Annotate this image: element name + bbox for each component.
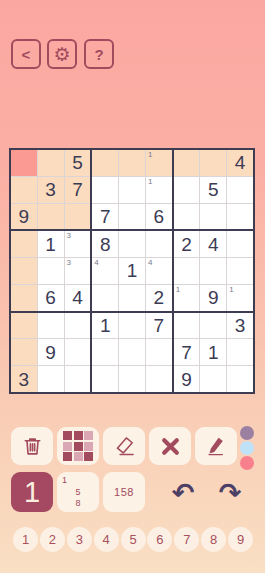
cell-r6c4[interactable] <box>92 285 118 311</box>
help-button[interactable]: ? <box>84 39 114 69</box>
cell-digit: 4 <box>72 288 83 307</box>
cell-r8c1[interactable] <box>11 339 37 365</box>
cell-digit: 4 <box>235 153 246 172</box>
corner-preview-5: 5 <box>57 487 99 497</box>
eraser-button[interactable] <box>103 427 145 465</box>
corner-preview-1: 1 <box>62 475 67 485</box>
cell-r6c9[interactable]: 1 <box>227 285 253 311</box>
box-2: 1176 <box>92 150 171 229</box>
digit-button-3[interactable]: 3 <box>67 527 92 552</box>
theme-dot-blue[interactable] <box>240 441 254 455</box>
cell-r3c7[interactable] <box>174 204 200 230</box>
digit-button-5[interactable]: 5 <box>121 527 146 552</box>
box-4: 13364 <box>11 231 90 310</box>
cell-r4c2[interactable]: 1 <box>38 231 64 257</box>
help-icon: ? <box>94 46 103 63</box>
theme-dot-red[interactable] <box>240 456 254 470</box>
cell-r3c2[interactable] <box>38 204 64 230</box>
trash-icon <box>21 435 44 458</box>
back-button[interactable]: < <box>11 39 41 69</box>
cell-r8c7[interactable]: 7 <box>174 339 200 365</box>
cell-r5c2[interactable] <box>38 258 64 284</box>
delete-button[interactable] <box>11 427 53 465</box>
cell-r1c7[interactable] <box>174 150 200 176</box>
cell-digit: 1 <box>100 316 111 335</box>
cell-r6c7[interactable]: 1 <box>174 285 200 311</box>
cell-r5c8[interactable] <box>200 258 226 284</box>
cell-r2c1[interactable] <box>11 177 37 203</box>
x-icon <box>160 436 181 457</box>
cell-r9c5[interactable] <box>119 366 145 392</box>
cell-r2c6[interactable]: 1 <box>146 177 172 203</box>
cell-r4c3[interactable]: 3 <box>65 231 91 257</box>
cell-digit: 7 <box>100 207 111 226</box>
cell-r4c4[interactable]: 8 <box>92 231 118 257</box>
cell-r2c3[interactable]: 7 <box>65 177 91 203</box>
cell-digit: 5 <box>72 153 83 172</box>
cell-r4c7[interactable]: 2 <box>174 231 200 257</box>
cell-r7c6[interactable]: 7 <box>146 313 172 339</box>
cell-r3c3[interactable] <box>65 204 91 230</box>
cell-r7c2[interactable] <box>38 313 64 339</box>
cell-r6c1[interactable] <box>11 285 37 311</box>
cell-r4c9[interactable] <box>227 231 253 257</box>
cell-r9c4[interactable] <box>92 366 118 392</box>
cell-r1c5[interactable] <box>119 150 145 176</box>
cell-r5c5[interactable]: 1 <box>119 258 145 284</box>
box-6: 24191 <box>174 231 253 310</box>
cell-r9c9[interactable] <box>227 366 253 392</box>
pen-button[interactable] <box>195 427 237 465</box>
cell-r8c2[interactable]: 9 <box>38 339 64 365</box>
cell-r1c6[interactable]: 1 <box>146 150 172 176</box>
box-9: 3719 <box>174 313 253 392</box>
pattern-cell <box>74 442 83 451</box>
cell-r5c1[interactable] <box>11 258 37 284</box>
pencil-mark: 4 <box>94 259 98 267</box>
clear-button[interactable] <box>149 427 191 465</box>
cell-digit: 6 <box>153 207 164 226</box>
cell-digit: 1 <box>45 235 56 254</box>
cell-digit: 7 <box>153 316 164 335</box>
cell-digit: 2 <box>181 235 192 254</box>
cell-r9c3[interactable] <box>65 366 91 392</box>
cell-r7c7[interactable] <box>174 313 200 339</box>
cell-r8c3[interactable] <box>65 339 91 365</box>
cell-digit: 8 <box>100 235 111 254</box>
cell-r2c2[interactable]: 3 <box>38 177 64 203</box>
cell-r5c9[interactable] <box>227 258 253 284</box>
cell-r7c8[interactable] <box>200 313 226 339</box>
cell-r2c4[interactable] <box>92 177 118 203</box>
digit-button-9[interactable]: 9 <box>228 527 253 552</box>
cell-r5c6[interactable]: 4 <box>146 258 172 284</box>
pattern-cell <box>63 452 72 461</box>
redo-button[interactable]: ↷ <box>208 472 252 512</box>
cell-r3c6[interactable]: 6 <box>146 204 172 230</box>
cell-digit: 9 <box>45 343 56 362</box>
cell-r5c7[interactable] <box>174 258 200 284</box>
digit-button-7[interactable]: 7 <box>174 527 199 552</box>
redo-icon: ↷ <box>219 479 242 506</box>
cell-r1c9[interactable]: 4 <box>227 150 253 176</box>
cell-r8c8[interactable]: 1 <box>200 339 226 365</box>
cell-digit: 9 <box>181 370 192 389</box>
cell-r7c3[interactable] <box>65 313 91 339</box>
cell-r6c2[interactable]: 6 <box>38 285 64 311</box>
cell-r3c4[interactable]: 7 <box>92 204 118 230</box>
cell-r6c3[interactable]: 4 <box>65 285 91 311</box>
cell-digit: 2 <box>153 288 164 307</box>
cell-digit: 9 <box>19 207 30 226</box>
corner-preview-8: 8 <box>57 498 99 508</box>
pencil-mark: 3 <box>67 259 71 267</box>
cell-r8c9[interactable] <box>227 339 253 365</box>
sudoku-board: 537911764513364841422419193173719 <box>9 148 255 394</box>
cell-r7c9[interactable]: 3 <box>227 313 253 339</box>
undo-button[interactable]: ↶ <box>161 472 205 512</box>
cell-r4c1[interactable] <box>11 231 37 257</box>
cell-digit: 9 <box>208 288 219 307</box>
center-mark-mode-button[interactable]: 158 <box>103 472 145 512</box>
pencil-mark: 3 <box>67 232 71 240</box>
eraser-icon <box>112 434 137 459</box>
cell-r2c5[interactable] <box>119 177 145 203</box>
cell-r1c1[interactable] <box>11 150 37 176</box>
pattern-button[interactable] <box>57 427 99 465</box>
cell-digit: 4 <box>208 235 219 254</box>
digit-button-8[interactable]: 8 <box>201 527 226 552</box>
cell-r1c4[interactable] <box>92 150 118 176</box>
settings-button[interactable]: ⚙ <box>47 39 77 69</box>
cell-r4c5[interactable] <box>119 231 145 257</box>
cell-r6c6[interactable]: 2 <box>146 285 172 311</box>
cell-digit: 7 <box>72 180 83 199</box>
pattern-cell <box>84 431 93 440</box>
cell-digit: 6 <box>45 288 56 307</box>
cell-digit: 3 <box>45 180 56 199</box>
digit-button-4[interactable]: 4 <box>94 527 119 552</box>
center-preview: 158 <box>114 486 134 498</box>
pencil-mark: 1 <box>148 151 152 159</box>
pencil-mark: 4 <box>148 259 152 267</box>
cell-digit: 7 <box>181 343 192 362</box>
cell-r6c8[interactable]: 9 <box>200 285 226 311</box>
cell-digit: 3 <box>19 370 30 389</box>
cell-r8c4[interactable] <box>92 339 118 365</box>
gear-icon: ⚙ <box>53 43 70 65</box>
pen-icon <box>204 434 228 458</box>
cell-r1c8[interactable] <box>200 150 226 176</box>
cell-digit: 3 <box>235 316 246 335</box>
box-8: 17 <box>92 313 171 392</box>
pattern-cell <box>63 442 72 451</box>
pattern-cell <box>84 442 93 451</box>
box-7: 93 <box>11 313 90 392</box>
cell-r3c1[interactable]: 9 <box>11 204 37 230</box>
box-3: 45 <box>174 150 253 229</box>
cell-r9c2[interactable] <box>38 366 64 392</box>
digit-button-2[interactable]: 2 <box>40 527 65 552</box>
normal-mode-button[interactable]: 1 <box>11 472 53 512</box>
cell-r9c1[interactable]: 3 <box>11 366 37 392</box>
cell-r7c4[interactable]: 1 <box>92 313 118 339</box>
corner-mark-mode-button[interactable]: 1 5 8 <box>57 472 99 512</box>
cell-r5c4[interactable]: 4 <box>92 258 118 284</box>
pattern-cell <box>74 452 83 461</box>
cell-r3c9[interactable] <box>227 204 253 230</box>
cell-r2c7[interactable] <box>174 177 200 203</box>
cell-r1c3[interactable]: 5 <box>65 150 91 176</box>
cell-r3c8[interactable] <box>200 204 226 230</box>
box-5: 84142 <box>92 231 171 310</box>
digit-button-1[interactable]: 1 <box>13 527 38 552</box>
cell-r8c6[interactable] <box>146 339 172 365</box>
cell-r8c5[interactable] <box>119 339 145 365</box>
cell-r9c8[interactable] <box>200 366 226 392</box>
cell-digit: 5 <box>208 180 219 199</box>
theme-dot-purple[interactable] <box>240 426 254 440</box>
pattern-cell <box>74 431 83 440</box>
pencil-mark: 1 <box>176 286 180 294</box>
cell-r6c5[interactable] <box>119 285 145 311</box>
undo-icon: ↶ <box>172 479 195 506</box>
cell-r9c6[interactable] <box>146 366 172 392</box>
cell-digit: 1 <box>127 261 138 280</box>
pencil-mark: 1 <box>148 178 152 186</box>
cell-r2c9[interactable] <box>227 177 253 203</box>
cell-r2c8[interactable]: 5 <box>200 177 226 203</box>
cell-r4c8[interactable]: 4 <box>200 231 226 257</box>
current-digit: 1 <box>24 476 40 509</box>
back-icon: < <box>22 46 31 63</box>
cell-r3c5[interactable] <box>119 204 145 230</box>
cell-digit: 1 <box>208 343 219 362</box>
cell-r5c3[interactable]: 3 <box>65 258 91 284</box>
cell-r7c1[interactable] <box>11 313 37 339</box>
box-1: 5379 <box>11 150 90 229</box>
pattern-cell <box>84 452 93 461</box>
pencil-mark: 1 <box>229 286 233 294</box>
cell-r9c7[interactable]: 9 <box>174 366 200 392</box>
pattern-cell <box>63 431 72 440</box>
cell-r7c5[interactable] <box>119 313 145 339</box>
cell-r4c6[interactable] <box>146 231 172 257</box>
sudoku-app: < ⚙ ? 537911764513364841422419193173719 <box>0 0 265 573</box>
grid-pattern-icon <box>63 431 93 461</box>
cell-r1c2[interactable] <box>38 150 64 176</box>
digit-button-6[interactable]: 6 <box>147 527 172 552</box>
